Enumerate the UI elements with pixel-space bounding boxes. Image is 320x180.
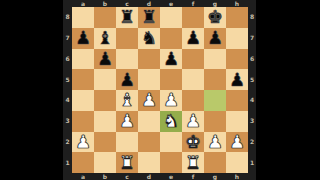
square-e6[interactable]: ♟ bbox=[160, 49, 182, 70]
black-pawn: ♟ bbox=[97, 49, 113, 67]
square-h5[interactable]: ♟ bbox=[226, 69, 248, 90]
square-g1[interactable] bbox=[204, 152, 226, 173]
black-pawn: ♟ bbox=[163, 49, 179, 67]
rank-label-7: 7 bbox=[63, 28, 72, 49]
rank-label-6: 6 bbox=[248, 49, 256, 70]
rank-label-4: 4 bbox=[248, 90, 256, 111]
square-h7[interactable] bbox=[226, 28, 248, 49]
square-h6[interactable] bbox=[226, 49, 248, 70]
square-c7[interactable] bbox=[116, 28, 138, 49]
rank-label-3: 3 bbox=[248, 111, 256, 132]
square-g2[interactable]: ♟ bbox=[204, 132, 226, 153]
square-a3[interactable] bbox=[72, 111, 94, 132]
square-g7[interactable]: ♟ bbox=[204, 28, 226, 49]
file-label-f: f bbox=[182, 173, 204, 180]
board-squares: ♜♜♚♟♝♞♟♟♟♟♟♟♝♟♟♟♞♟♟♚♟♟♜♜ bbox=[72, 7, 248, 173]
file-label-a: a bbox=[72, 173, 94, 180]
square-f8[interactable] bbox=[182, 7, 204, 28]
white-pawn: ♟ bbox=[75, 132, 91, 150]
square-a1[interactable] bbox=[72, 152, 94, 173]
black-pawn: ♟ bbox=[229, 70, 245, 88]
square-d1[interactable] bbox=[138, 152, 160, 173]
square-a8[interactable] bbox=[72, 7, 94, 28]
rank-labels-left: 87654321 bbox=[63, 7, 72, 173]
rank-label-4: 4 bbox=[63, 90, 72, 111]
square-e8[interactable] bbox=[160, 7, 182, 28]
square-d7[interactable]: ♞ bbox=[138, 28, 160, 49]
square-f2[interactable]: ♚ bbox=[182, 132, 204, 153]
rank-label-8: 8 bbox=[63, 7, 72, 28]
file-label-b: b bbox=[94, 0, 116, 7]
square-b8[interactable] bbox=[94, 7, 116, 28]
white-knight: ♞ bbox=[163, 112, 179, 130]
chess-app-stage: abcdefgh abcdefgh 87654321 87654321 ♜♜♚♟… bbox=[0, 0, 320, 180]
file-label-a: a bbox=[72, 0, 94, 7]
file-label-c: c bbox=[116, 0, 138, 7]
square-d2[interactable] bbox=[138, 132, 160, 153]
file-labels-top: abcdefgh bbox=[72, 0, 248, 7]
square-e2[interactable] bbox=[160, 132, 182, 153]
rank-label-6: 6 bbox=[63, 49, 72, 70]
chess-board: abcdefgh abcdefgh 87654321 87654321 ♜♜♚♟… bbox=[63, 0, 256, 180]
black-pawn: ♟ bbox=[75, 29, 91, 47]
white-pawn: ♟ bbox=[229, 132, 245, 150]
file-label-e: e bbox=[160, 0, 182, 7]
square-c1[interactable]: ♜ bbox=[116, 152, 138, 173]
file-label-g: g bbox=[204, 0, 226, 7]
square-f6[interactable] bbox=[182, 49, 204, 70]
square-h1[interactable] bbox=[226, 152, 248, 173]
file-labels-bottom: abcdefgh bbox=[72, 173, 248, 180]
square-a2[interactable]: ♟ bbox=[72, 132, 94, 153]
white-pawn: ♟ bbox=[207, 132, 223, 150]
rank-label-5: 5 bbox=[63, 69, 72, 90]
square-c4[interactable]: ♝ bbox=[116, 90, 138, 111]
file-label-g: g bbox=[204, 173, 226, 180]
square-d5[interactable] bbox=[138, 69, 160, 90]
square-d4[interactable]: ♟ bbox=[138, 90, 160, 111]
square-e7[interactable] bbox=[160, 28, 182, 49]
black-pawn: ♟ bbox=[119, 70, 135, 88]
black-pawn: ♟ bbox=[207, 29, 223, 47]
square-g6[interactable] bbox=[204, 49, 226, 70]
square-e1[interactable] bbox=[160, 152, 182, 173]
letterbox-right bbox=[256, 0, 320, 180]
file-label-c: c bbox=[116, 173, 138, 180]
square-d3[interactable] bbox=[138, 111, 160, 132]
square-f5[interactable] bbox=[182, 69, 204, 90]
square-d8[interactable]: ♜ bbox=[138, 7, 160, 28]
black-rook: ♜ bbox=[141, 8, 157, 26]
square-a7[interactable]: ♟ bbox=[72, 28, 94, 49]
square-e4[interactable]: ♟ bbox=[160, 90, 182, 111]
square-g4[interactable] bbox=[204, 90, 226, 111]
square-c8[interactable]: ♜ bbox=[116, 7, 138, 28]
square-c2[interactable] bbox=[116, 132, 138, 153]
white-pawn: ♟ bbox=[119, 112, 135, 130]
square-f1[interactable]: ♜ bbox=[182, 152, 204, 173]
rank-label-5: 5 bbox=[248, 69, 256, 90]
rank-label-1: 1 bbox=[248, 152, 256, 173]
square-b5[interactable] bbox=[94, 69, 116, 90]
file-label-f: f bbox=[182, 0, 204, 7]
square-f7[interactable]: ♟ bbox=[182, 28, 204, 49]
square-b2[interactable] bbox=[94, 132, 116, 153]
black-rook: ♜ bbox=[119, 8, 135, 26]
square-b3[interactable] bbox=[94, 111, 116, 132]
white-pawn: ♟ bbox=[141, 91, 157, 109]
square-d6[interactable] bbox=[138, 49, 160, 70]
square-h2[interactable]: ♟ bbox=[226, 132, 248, 153]
file-label-d: d bbox=[138, 173, 160, 180]
square-c6[interactable] bbox=[116, 49, 138, 70]
square-c5[interactable]: ♟ bbox=[116, 69, 138, 90]
square-a6[interactable] bbox=[72, 49, 94, 70]
black-bishop: ♝ bbox=[97, 29, 113, 47]
square-b1[interactable] bbox=[94, 152, 116, 173]
black-king: ♚ bbox=[207, 8, 223, 26]
square-g3[interactable] bbox=[204, 111, 226, 132]
file-label-b: b bbox=[94, 173, 116, 180]
rank-label-2: 2 bbox=[248, 132, 256, 153]
file-label-h: h bbox=[226, 173, 248, 180]
square-b4[interactable] bbox=[94, 90, 116, 111]
square-b7[interactable]: ♝ bbox=[94, 28, 116, 49]
file-label-d: d bbox=[138, 0, 160, 7]
white-rook: ♜ bbox=[185, 153, 201, 171]
rank-label-1: 1 bbox=[63, 152, 72, 173]
rank-label-7: 7 bbox=[248, 28, 256, 49]
black-pawn: ♟ bbox=[185, 29, 201, 47]
square-g5[interactable] bbox=[204, 69, 226, 90]
square-e5[interactable] bbox=[160, 69, 182, 90]
rank-label-8: 8 bbox=[248, 7, 256, 28]
square-a4[interactable] bbox=[72, 90, 94, 111]
white-bishop: ♝ bbox=[119, 91, 135, 109]
square-a5[interactable] bbox=[72, 69, 94, 90]
rank-labels-right: 87654321 bbox=[248, 7, 256, 173]
file-label-e: e bbox=[160, 173, 182, 180]
square-e3[interactable]: ♞ bbox=[160, 111, 182, 132]
rank-label-3: 3 bbox=[63, 111, 72, 132]
square-h3[interactable] bbox=[226, 111, 248, 132]
file-label-h: h bbox=[226, 0, 248, 7]
square-h8[interactable] bbox=[226, 7, 248, 28]
white-pawn: ♟ bbox=[185, 112, 201, 130]
letterbox-left bbox=[0, 0, 63, 180]
white-pawn: ♟ bbox=[163, 91, 179, 109]
black-knight: ♞ bbox=[141, 29, 157, 47]
white-king: ♚ bbox=[185, 132, 201, 150]
square-f4[interactable] bbox=[182, 90, 204, 111]
square-b6[interactable]: ♟ bbox=[94, 49, 116, 70]
square-f3[interactable]: ♟ bbox=[182, 111, 204, 132]
square-g8[interactable]: ♚ bbox=[204, 7, 226, 28]
white-rook: ♜ bbox=[119, 153, 135, 171]
square-h4[interactable] bbox=[226, 90, 248, 111]
square-c3[interactable]: ♟ bbox=[116, 111, 138, 132]
rank-label-2: 2 bbox=[63, 132, 72, 153]
